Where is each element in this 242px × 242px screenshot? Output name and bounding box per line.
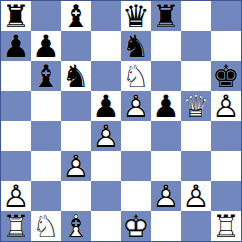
- square-f6[interactable]: [151, 61, 181, 91]
- piece-white-pawn-fill: ♟: [1, 181, 31, 211]
- piece-white-rook-fill: ♜: [1, 211, 31, 241]
- square-f3[interactable]: [151, 151, 181, 181]
- square-d8[interactable]: [91, 1, 121, 31]
- square-a6[interactable]: [1, 61, 31, 91]
- square-a1[interactable]: ♜♖: [1, 211, 31, 241]
- square-f4[interactable]: [151, 121, 181, 151]
- piece-black-knight: ♞: [121, 31, 151, 61]
- piece-black-bishop: ♝: [31, 61, 61, 91]
- square-d5[interactable]: ♟: [91, 91, 121, 121]
- square-d6[interactable]: [91, 61, 121, 91]
- square-f7[interactable]: [151, 31, 181, 61]
- piece-white-knight: ♘: [121, 61, 151, 91]
- square-e1[interactable]: ♚♔: [121, 211, 151, 241]
- piece-black-queen: ♛: [121, 1, 151, 31]
- square-f5[interactable]: ♟: [151, 91, 181, 121]
- square-d7[interactable]: [91, 31, 121, 61]
- square-c2[interactable]: [61, 181, 91, 211]
- square-h6[interactable]: ♚: [211, 61, 241, 91]
- square-a4[interactable]: [1, 121, 31, 151]
- piece-white-pawn: ♙: [61, 151, 91, 181]
- square-g5[interactable]: ♛♕: [181, 91, 211, 121]
- piece-white-pawn: ♙: [211, 91, 241, 121]
- square-c7[interactable]: [61, 31, 91, 61]
- square-e2[interactable]: [121, 181, 151, 211]
- square-e7[interactable]: ♞: [121, 31, 151, 61]
- square-c6[interactable]: ♞: [61, 61, 91, 91]
- square-b2[interactable]: [31, 181, 61, 211]
- square-d4[interactable]: ♟♙: [91, 121, 121, 151]
- square-h5[interactable]: ♟♙: [211, 91, 241, 121]
- piece-white-knight-fill: ♞: [31, 211, 61, 241]
- piece-white-pawn-fill: ♟: [121, 91, 151, 121]
- piece-black-pawn: ♟: [91, 91, 121, 121]
- piece-white-pawn-fill: ♟: [151, 181, 181, 211]
- square-d2[interactable]: [91, 181, 121, 211]
- square-h2[interactable]: [211, 181, 241, 211]
- square-f8[interactable]: ♜: [151, 1, 181, 31]
- square-a8[interactable]: ♜: [1, 1, 31, 31]
- piece-black-bishop: ♝: [61, 1, 91, 31]
- piece-white-knight-fill: ♞: [121, 61, 151, 91]
- square-g3[interactable]: [181, 151, 211, 181]
- square-h8[interactable]: [211, 1, 241, 31]
- piece-white-rook-fill: ♜: [211, 211, 241, 241]
- square-h4[interactable]: [211, 121, 241, 151]
- piece-white-pawn-fill: ♟: [211, 91, 241, 121]
- piece-white-bishop-fill: ♝: [61, 211, 91, 241]
- piece-white-pawn: ♙: [121, 91, 151, 121]
- square-c1[interactable]: ♝♗: [61, 211, 91, 241]
- piece-black-rook: ♜: [151, 1, 181, 31]
- square-g2[interactable]: ♟♙: [181, 181, 211, 211]
- square-g4[interactable]: [181, 121, 211, 151]
- square-e4[interactable]: [121, 121, 151, 151]
- piece-white-king-fill: ♚: [121, 211, 151, 241]
- piece-white-queen-fill: ♛: [181, 91, 211, 121]
- piece-white-queen: ♕: [181, 91, 211, 121]
- piece-white-pawn: ♙: [181, 181, 211, 211]
- square-b4[interactable]: [31, 121, 61, 151]
- piece-black-knight: ♞: [61, 61, 91, 91]
- square-c4[interactable]: [61, 121, 91, 151]
- piece-white-rook: ♖: [1, 211, 31, 241]
- square-h3[interactable]: [211, 151, 241, 181]
- square-g7[interactable]: [181, 31, 211, 61]
- square-b3[interactable]: [31, 151, 61, 181]
- piece-black-king: ♚: [211, 61, 241, 91]
- square-f2[interactable]: ♟♙: [151, 181, 181, 211]
- square-e5[interactable]: ♟♙: [121, 91, 151, 121]
- piece-white-rook: ♖: [211, 211, 241, 241]
- square-f1[interactable]: [151, 211, 181, 241]
- square-b8[interactable]: [31, 1, 61, 31]
- piece-white-pawn-fill: ♟: [61, 151, 91, 181]
- square-d1[interactable]: [91, 211, 121, 241]
- square-g8[interactable]: [181, 1, 211, 31]
- square-a3[interactable]: [1, 151, 31, 181]
- piece-white-bishop: ♗: [61, 211, 91, 241]
- piece-white-pawn-fill: ♟: [181, 181, 211, 211]
- square-h7[interactable]: [211, 31, 241, 61]
- square-e8[interactable]: ♛: [121, 1, 151, 31]
- piece-white-king: ♔: [121, 211, 151, 241]
- piece-black-pawn: ♟: [1, 31, 31, 61]
- piece-white-knight: ♘: [31, 211, 61, 241]
- piece-black-rook: ♜: [1, 1, 31, 31]
- square-d3[interactable]: [91, 151, 121, 181]
- square-a7[interactable]: ♟: [1, 31, 31, 61]
- piece-white-pawn: ♙: [151, 181, 181, 211]
- square-g6[interactable]: [181, 61, 211, 91]
- square-g1[interactable]: [181, 211, 211, 241]
- chess-board: ♜♝♛♜♟♟♞♝♞♞♘♚♟♟♙♟♛♕♟♙♟♙♟♙♟♙♟♙♟♙♜♖♞♘♝♗♚♔♜♖: [0, 0, 242, 242]
- square-a2[interactable]: ♟♙: [1, 181, 31, 211]
- piece-white-pawn: ♙: [91, 121, 121, 151]
- square-a5[interactable]: [1, 91, 31, 121]
- square-h1[interactable]: ♜♖: [211, 211, 241, 241]
- piece-white-pawn-fill: ♟: [91, 121, 121, 151]
- square-c8[interactable]: ♝: [61, 1, 91, 31]
- square-b1[interactable]: ♞♘: [31, 211, 61, 241]
- square-e6[interactable]: ♞♘: [121, 61, 151, 91]
- square-c3[interactable]: ♟♙: [61, 151, 91, 181]
- square-b5[interactable]: [31, 91, 61, 121]
- piece-black-pawn: ♟: [151, 91, 181, 121]
- square-b7[interactable]: ♟: [31, 31, 61, 61]
- piece-white-pawn: ♙: [1, 181, 31, 211]
- square-b6[interactable]: ♝: [31, 61, 61, 91]
- square-c5[interactable]: [61, 91, 91, 121]
- square-e3[interactable]: [121, 151, 151, 181]
- piece-black-pawn: ♟: [31, 31, 61, 61]
